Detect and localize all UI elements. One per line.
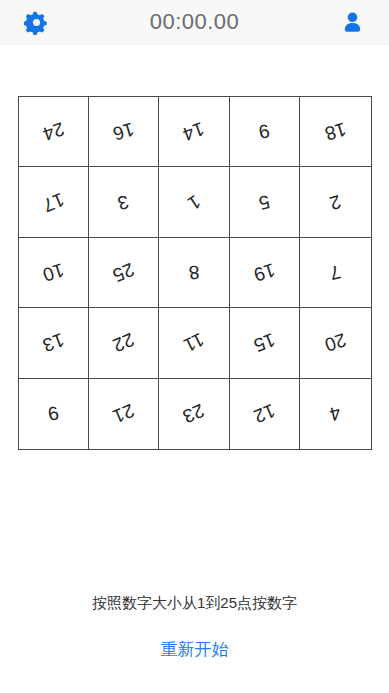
grid-cell-9[interactable]: 9 xyxy=(230,97,300,167)
restart-button[interactable]: 重新开始 xyxy=(0,638,389,661)
grid-cell-20[interactable]: 20 xyxy=(300,308,370,378)
settings-button[interactable] xyxy=(23,9,49,35)
grid-cell-13[interactable]: 13 xyxy=(19,308,89,378)
cell-number: 17 xyxy=(40,189,67,215)
cell-number: 5 xyxy=(257,192,272,213)
grid-cell-17[interactable]: 17 xyxy=(19,167,89,237)
cell-number: 22 xyxy=(110,330,137,356)
schulte-grid: 2416149181731521025819713221115206212312… xyxy=(18,96,372,450)
grid-cell-14[interactable]: 14 xyxy=(159,97,229,167)
instruction-text: 按照数字大小从1到25点按数字 xyxy=(0,594,389,613)
cell-number: 13 xyxy=(40,330,66,355)
grid-cell-11[interactable]: 11 xyxy=(159,308,229,378)
grid-cell-22[interactable]: 22 xyxy=(89,308,159,378)
cell-number: 12 xyxy=(251,401,278,427)
cell-number: 8 xyxy=(188,262,201,282)
grid-cell-25[interactable]: 25 xyxy=(89,238,159,308)
cell-number: 15 xyxy=(251,330,278,355)
top-bar: 00:00.00 xyxy=(0,0,389,45)
cell-number: 3 xyxy=(116,192,131,213)
profile-button[interactable] xyxy=(340,9,366,35)
grid-cell-24[interactable]: 24 xyxy=(19,97,89,167)
cell-number: 1 xyxy=(184,191,203,213)
grid-cell-2[interactable]: 2 xyxy=(300,167,370,237)
grid-cell-16[interactable]: 16 xyxy=(89,97,159,167)
cell-number: 4 xyxy=(328,403,343,424)
cell-number: 16 xyxy=(111,120,137,144)
grid-cell-23[interactable]: 23 xyxy=(159,379,229,449)
timer-display: 00:00.00 xyxy=(150,9,240,35)
grid-cell-4[interactable]: 4 xyxy=(300,379,370,449)
cell-number: 18 xyxy=(322,120,348,144)
grid-cell-7[interactable]: 7 xyxy=(300,238,370,308)
cell-number: 23 xyxy=(181,401,208,427)
grid-cell-8[interactable]: 8 xyxy=(159,238,229,308)
grid-cell-1[interactable]: 1 xyxy=(159,167,229,237)
person-icon xyxy=(340,10,365,35)
grid-cell-21[interactable]: 21 xyxy=(89,379,159,449)
grid-cell-19[interactable]: 19 xyxy=(230,238,300,308)
grid-cell-10[interactable]: 10 xyxy=(19,238,89,308)
cell-number: 14 xyxy=(181,119,207,144)
grid-cell-15[interactable]: 15 xyxy=(230,308,300,378)
grid-cell-3[interactable]: 3 xyxy=(89,167,159,237)
cell-number: 24 xyxy=(40,119,66,144)
cell-number: 11 xyxy=(181,330,207,356)
cell-number: 6 xyxy=(46,403,60,424)
cell-number: 10 xyxy=(40,260,66,285)
cell-number: 19 xyxy=(251,260,277,285)
cell-number: 2 xyxy=(327,191,343,212)
cell-number: 25 xyxy=(110,260,137,286)
grid-cell-12[interactable]: 12 xyxy=(230,379,300,449)
cell-number: 7 xyxy=(328,262,343,283)
cell-number: 20 xyxy=(322,331,348,356)
cell-number: 21 xyxy=(110,401,137,427)
gear-icon xyxy=(24,10,49,35)
grid-cell-5[interactable]: 5 xyxy=(230,167,300,237)
grid-cell-6[interactable]: 6 xyxy=(19,379,89,449)
grid-cell-18[interactable]: 18 xyxy=(300,97,370,167)
cell-number: 9 xyxy=(257,121,271,142)
